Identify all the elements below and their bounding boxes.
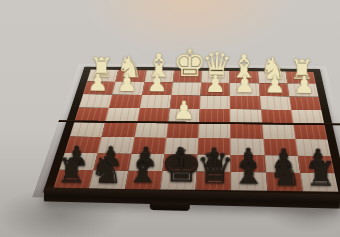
white-pawn[interactable]: ♟: [168, 98, 200, 123]
black-queen[interactable]: ♛: [196, 147, 232, 191]
square-a5[interactable]: [293, 124, 328, 140]
square-g8[interactable]: ♞: [89, 170, 128, 189]
square-a8[interactable]: ♜: [300, 173, 338, 192]
black-rook[interactable]: ♜: [303, 157, 339, 192]
white-pawn[interactable]: ♟: [83, 71, 113, 95]
black-bishop[interactable]: ♝: [124, 149, 160, 189]
board-grid: ♜♞♝♚♛♝♞♜♟♟♟♟♟♟♟♟♟♟♟♟♟♟♟♟♜♞♝♚♛♝♞♜: [54, 70, 339, 192]
square-a2[interactable]: ♟: [287, 84, 318, 97]
square-d3[interactable]: [200, 95, 230, 109]
square-c2[interactable]: ♟: [230, 83, 260, 96]
square-d8[interactable]: ♛: [196, 171, 232, 190]
black-bishop[interactable]: ♝: [231, 150, 267, 190]
square-b3[interactable]: [259, 96, 290, 110]
square-g3[interactable]: [109, 94, 142, 108]
white-pawn[interactable]: ♟: [259, 72, 289, 96]
white-pawn[interactable]: ♟: [230, 72, 260, 96]
square-e1[interactable]: ♚: [173, 70, 202, 82]
square-a3[interactable]: [289, 96, 321, 110]
square-e2[interactable]: [171, 82, 201, 95]
photo-scene: ♜♞♝♚♛♝♞♜♟♟♟♟♟♟♟♟♟♟♟♟♟♟♟♟♜♞♝♚♛♝♞♜: [0, 0, 340, 237]
square-c5[interactable]: [230, 123, 263, 139]
black-king[interactable]: ♚: [160, 143, 196, 190]
square-e4[interactable]: ♟: [168, 108, 200, 123]
square-f8[interactable]: ♝: [124, 171, 162, 190]
white-king[interactable]: ♚: [173, 45, 202, 83]
white-pawn[interactable]: ♟: [112, 71, 142, 95]
black-rook[interactable]: ♜: [54, 154, 90, 189]
square-h8[interactable]: ♜: [54, 170, 94, 189]
square-h5[interactable]: [70, 122, 106, 137]
white-pawn[interactable]: ♟: [200, 72, 230, 96]
white-pawn[interactable]: ♟: [142, 71, 172, 95]
square-f5[interactable]: [134, 122, 168, 137]
black-knight[interactable]: ♞: [89, 151, 125, 189]
square-g2[interactable]: ♟: [112, 82, 144, 95]
square-c3[interactable]: [230, 96, 261, 110]
square-h3[interactable]: [79, 94, 112, 108]
square-d5[interactable]: [198, 123, 230, 139]
square-c8[interactable]: ♝: [231, 172, 267, 191]
square-b8[interactable]: ♞: [265, 172, 302, 191]
square-g5[interactable]: [102, 122, 137, 137]
square-b2[interactable]: ♟: [258, 83, 289, 96]
square-f2[interactable]: ♟: [142, 82, 173, 95]
square-b5[interactable]: [262, 124, 296, 140]
square-h2[interactable]: ♟: [83, 82, 115, 95]
black-knight[interactable]: ♞: [267, 153, 303, 191]
square-d2[interactable]: ♟: [200, 83, 229, 96]
square-e5[interactable]: [166, 123, 199, 138]
square-e8[interactable]: ♚: [160, 171, 197, 190]
case-latch-tab[interactable]: [150, 202, 190, 211]
square-f3[interactable]: [139, 95, 171, 109]
chess-board-frame: ♜♞♝♚♛♝♞♜♟♟♟♟♟♟♟♟♟♟♟♟♟♟♟♟♜♞♝♚♛♝♞♜: [43, 67, 340, 197]
white-pawn[interactable]: ♟: [289, 73, 319, 97]
